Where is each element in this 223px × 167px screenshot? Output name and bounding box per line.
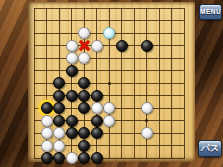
black-stone [78,127,90,139]
black-stone [78,152,90,164]
black-stone [91,127,103,139]
grid-line [159,8,160,159]
black-stone [66,90,78,102]
grid-line [171,8,172,159]
white-stone [66,52,78,64]
go-board[interactable] [28,2,195,162]
illegal-move-x-marker [78,39,91,52]
white-stone [53,140,65,152]
white-stone [78,52,90,64]
black-stone [91,90,103,102]
white-stone [91,102,103,114]
star-point [108,82,111,85]
black-stone [78,102,90,114]
black-stone [53,102,65,114]
white-stone [103,102,115,114]
black-stone [41,152,53,164]
star-point [145,119,148,122]
white-stone [103,27,115,39]
black-stone [78,140,90,152]
black-stone [78,90,90,102]
white-stone [91,40,103,52]
white-stone [141,127,153,139]
grid-line [134,8,135,159]
black-stone [141,40,153,52]
white-stone [141,102,153,114]
game-screen: MENU パス [0,0,223,167]
black-stone [78,77,90,89]
black-stone [66,115,78,127]
black-stone [91,152,103,164]
black-stone [53,152,65,164]
white-stone [41,115,53,127]
black-stone [116,40,128,52]
black-stone [53,90,65,102]
white-stone [41,140,53,152]
white-stone [103,115,115,127]
menu-button[interactable]: MENU [199,4,222,20]
black-stone [91,115,103,127]
black-stone [41,102,53,114]
black-stone [53,77,65,89]
pass-button[interactable]: パス [198,140,222,157]
black-stone [53,115,65,127]
grid-line [121,8,122,159]
white-stone [78,27,90,39]
white-stone [53,127,65,139]
white-stone [66,152,78,164]
grid-line [184,8,185,159]
white-stone [41,127,53,139]
white-stone [66,40,78,52]
black-stone [66,65,78,77]
black-stone [66,127,78,139]
